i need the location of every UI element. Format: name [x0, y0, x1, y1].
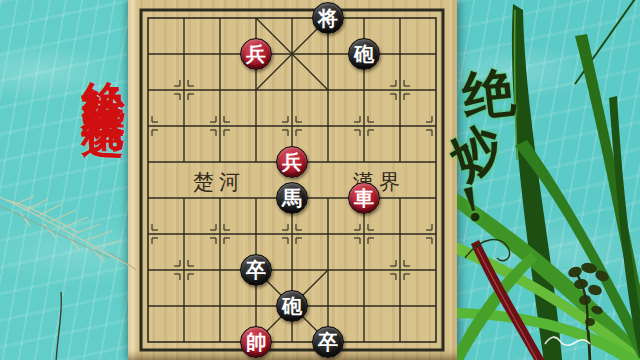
left-title-banner: 绝妙象棋精选 — [82, 46, 125, 88]
piece-red-車[interactable]: 車 — [348, 182, 380, 214]
piece-red-兵[interactable]: 兵 — [276, 146, 308, 178]
piece-black-卒[interactable]: 卒 — [240, 254, 272, 286]
piece-black-卒[interactable]: 卒 — [312, 326, 344, 358]
screenshot-root: { "game": "xiangqi", "left_banner": { "t… — [0, 0, 640, 360]
piece-black-馬[interactable]: 馬 — [276, 182, 308, 214]
piece-red-兵[interactable]: 兵 — [240, 38, 272, 70]
piece-black-将[interactable]: 将 — [312, 2, 344, 34]
piece-black-砲[interactable]: 砲 — [276, 290, 308, 322]
river-label-chuhe: 楚河 — [193, 168, 245, 196]
piece-black-砲[interactable]: 砲 — [348, 38, 380, 70]
xiangqi-board[interactable]: 楚河 漢界 将兵砲兵馬車卒砲帥卒 — [128, 0, 457, 360]
piece-red-帥[interactable]: 帥 — [240, 326, 272, 358]
